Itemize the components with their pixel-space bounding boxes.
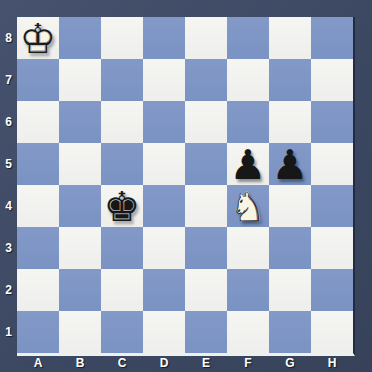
square-d6[interactable] [143,101,185,143]
pawn-glyph: ♟ [227,143,269,185]
rank-label-4: 4 [0,185,17,227]
file-label-d: D [143,354,185,372]
square-c1[interactable] [101,311,143,353]
board-grid: ♚♔♟♟♚♞♘ [17,17,355,356]
file-label-h: H [311,354,353,372]
square-b5[interactable] [59,143,101,185]
rank-label-1: 1 [0,311,17,353]
file-label-c: C [101,354,143,372]
black-pawn[interactable]: ♟ [269,143,311,185]
square-c5[interactable] [101,143,143,185]
square-d7[interactable] [143,59,185,101]
square-d1[interactable] [143,311,185,353]
king-glyph: ♚ [101,185,143,227]
file-label-a: A [17,354,59,372]
square-h8[interactable] [311,17,353,59]
square-b2[interactable] [59,269,101,311]
square-f4[interactable]: ♞♘ [227,185,269,227]
square-a8[interactable]: ♚♔ [17,17,59,59]
square-g1[interactable] [269,311,311,353]
rank-label-5: 5 [0,143,17,185]
square-h1[interactable] [311,311,353,353]
square-a7[interactable] [17,59,59,101]
square-f3[interactable] [227,227,269,269]
square-a4[interactable] [17,185,59,227]
black-king[interactable]: ♚ [101,185,143,227]
square-b7[interactable] [59,59,101,101]
rank-label-2: 2 [0,269,17,311]
square-c8[interactable] [101,17,143,59]
square-h7[interactable] [311,59,353,101]
black-pawn[interactable]: ♟ [227,143,269,185]
square-a6[interactable] [17,101,59,143]
square-e3[interactable] [185,227,227,269]
rank-label-8: 8 [0,17,17,59]
square-e6[interactable] [185,101,227,143]
file-label-e: E [185,354,227,372]
square-h5[interactable] [311,143,353,185]
file-label-g: G [269,354,311,372]
square-b8[interactable] [59,17,101,59]
square-c7[interactable] [101,59,143,101]
rank-label-7: 7 [0,59,17,101]
white-king[interactable]: ♚♔ [17,17,59,59]
square-g6[interactable] [269,101,311,143]
square-g5[interactable]: ♟ [269,143,311,185]
square-h6[interactable] [311,101,353,143]
square-g8[interactable] [269,17,311,59]
square-h3[interactable] [311,227,353,269]
square-a2[interactable] [17,269,59,311]
chess-board: 87654321 ♚♔♟♟♚♞♘ ABCDEFGH [0,0,372,372]
square-c6[interactable] [101,101,143,143]
square-e4[interactable] [185,185,227,227]
square-c3[interactable] [101,227,143,269]
square-d8[interactable] [143,17,185,59]
square-g7[interactable] [269,59,311,101]
file-labels: ABCDEFGH [17,354,355,372]
rank-label-3: 3 [0,227,17,269]
square-f8[interactable] [227,17,269,59]
square-e1[interactable] [185,311,227,353]
square-c2[interactable] [101,269,143,311]
square-b4[interactable] [59,185,101,227]
square-g4[interactable] [269,185,311,227]
square-d2[interactable] [143,269,185,311]
square-e5[interactable] [185,143,227,185]
king-glyph: ♔ [17,17,59,59]
rank-label-6: 6 [0,101,17,143]
pawn-glyph: ♟ [269,143,311,185]
square-g3[interactable] [269,227,311,269]
square-b6[interactable] [59,101,101,143]
square-a3[interactable] [17,227,59,269]
rank-labels: 87654321 [0,17,17,353]
square-f1[interactable] [227,311,269,353]
square-e2[interactable] [185,269,227,311]
square-f6[interactable] [227,101,269,143]
square-h2[interactable] [311,269,353,311]
file-label-f: F [227,354,269,372]
square-f7[interactable] [227,59,269,101]
square-a1[interactable] [17,311,59,353]
square-d3[interactable] [143,227,185,269]
square-a5[interactable] [17,143,59,185]
knight-glyph: ♘ [227,185,269,227]
white-knight[interactable]: ♞♘ [227,185,269,227]
square-f2[interactable] [227,269,269,311]
square-e7[interactable] [185,59,227,101]
square-e8[interactable] [185,17,227,59]
file-label-b: B [59,354,101,372]
square-d5[interactable] [143,143,185,185]
square-b1[interactable] [59,311,101,353]
square-c4[interactable]: ♚ [101,185,143,227]
square-f5[interactable]: ♟ [227,143,269,185]
square-h4[interactable] [311,185,353,227]
square-b3[interactable] [59,227,101,269]
square-g2[interactable] [269,269,311,311]
square-d4[interactable] [143,185,185,227]
